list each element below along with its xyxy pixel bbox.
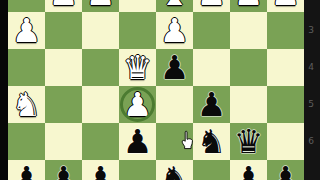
square-a4[interactable] xyxy=(267,49,304,86)
black-knight-c6[interactable]: ♞ xyxy=(193,123,230,160)
square-b7[interactable]: ♟ xyxy=(230,160,267,180)
square-e7[interactable] xyxy=(119,160,156,180)
black-pawn-c5[interactable]: ♟ xyxy=(193,86,230,123)
rank-label-3: 3 xyxy=(304,24,318,36)
square-g4[interactable] xyxy=(45,49,82,86)
white-knight-h5[interactable]: ♞ xyxy=(8,86,45,123)
square-c3[interactable] xyxy=(193,12,230,49)
black-knight-d7[interactable]: ♞ xyxy=(156,160,193,180)
square-c4[interactable] xyxy=(193,49,230,86)
chess-board[interactable]: ♟♟♟♝♟♟♟♟♟♛♟♟♞♛♞♟♟♟♞♟♟♟ xyxy=(8,0,304,180)
square-b6[interactable]: ♛ xyxy=(230,123,267,160)
square-a6[interactable] xyxy=(267,123,304,160)
square-c2[interactable]: ♟ xyxy=(193,0,230,12)
square-d4[interactable]: ♟ xyxy=(156,49,193,86)
square-c7[interactable] xyxy=(193,160,230,180)
square-e2[interactable] xyxy=(119,0,156,12)
square-b5[interactable] xyxy=(230,86,267,123)
square-g3[interactable] xyxy=(45,12,82,49)
white-pawn-c2[interactable]: ♟ xyxy=(193,0,230,12)
square-h4[interactable] xyxy=(8,49,45,86)
square-f5[interactable] xyxy=(82,86,119,123)
square-h6[interactable] xyxy=(8,123,45,160)
right-letterbox-bar: 3456 xyxy=(304,0,320,180)
black-pawn-a7[interactable]: ♟ xyxy=(267,160,304,180)
square-c5[interactable]: ♟ xyxy=(193,86,230,123)
square-g7[interactable]: ♟ xyxy=(45,160,82,180)
white-pawn-f2[interactable]: ♟ xyxy=(82,0,119,12)
square-b3[interactable] xyxy=(230,12,267,49)
black-pawn-h7[interactable]: ♟ xyxy=(8,160,45,180)
square-b4[interactable] xyxy=(230,49,267,86)
white-pawn-h3[interactable]: ♟ xyxy=(8,12,45,49)
white-pawn-a2[interactable]: ♟ xyxy=(267,0,304,12)
square-e5[interactable]: ♟ xyxy=(119,86,156,123)
square-d5[interactable] xyxy=(156,86,193,123)
square-g5[interactable] xyxy=(45,86,82,123)
square-a5[interactable] xyxy=(267,86,304,123)
square-d6[interactable] xyxy=(156,123,193,160)
white-pawn-g2[interactable]: ♟ xyxy=(45,0,82,12)
white-pawn-b2[interactable]: ♟ xyxy=(230,0,267,12)
square-f2[interactable]: ♟ xyxy=(82,0,119,12)
square-e6[interactable]: ♟ xyxy=(119,123,156,160)
square-h3[interactable]: ♟ xyxy=(8,12,45,49)
square-a3[interactable] xyxy=(267,12,304,49)
square-d3[interactable]: ♟ xyxy=(156,12,193,49)
square-h5[interactable]: ♞ xyxy=(8,86,45,123)
black-pawn-e6[interactable]: ♟ xyxy=(119,123,156,160)
square-f4[interactable] xyxy=(82,49,119,86)
rank-label-5: 5 xyxy=(304,98,318,110)
white-queen-e4[interactable]: ♛ xyxy=(119,49,156,86)
square-d7[interactable]: ♞ xyxy=(156,160,193,180)
square-c6[interactable]: ♞ xyxy=(193,123,230,160)
square-g2[interactable]: ♟ xyxy=(45,0,82,12)
square-e4[interactable]: ♛ xyxy=(119,49,156,86)
white-pawn-e5[interactable]: ♟ xyxy=(119,86,156,123)
black-pawn-g7[interactable]: ♟ xyxy=(45,160,82,180)
square-e3[interactable] xyxy=(119,12,156,49)
square-h7[interactable]: ♟ xyxy=(8,160,45,180)
square-f3[interactable] xyxy=(82,12,119,49)
left-letterbox-bar xyxy=(0,0,8,180)
black-queen-b6[interactable]: ♛ xyxy=(230,123,267,160)
white-pawn-d3[interactable]: ♟ xyxy=(156,12,193,49)
square-f6[interactable] xyxy=(82,123,119,160)
square-f7[interactable]: ♟ xyxy=(82,160,119,180)
black-pawn-d4[interactable]: ♟ xyxy=(156,49,193,86)
black-pawn-b7[interactable]: ♟ xyxy=(230,160,267,180)
square-a7[interactable]: ♟ xyxy=(267,160,304,180)
rank-label-4: 4 xyxy=(304,61,318,73)
square-a2[interactable]: ♟ xyxy=(267,0,304,12)
rank-label-6: 6 xyxy=(304,135,318,147)
chess-video-frame: ♟♟♟♝♟♟♟♟♟♛♟♟♞♛♞♟♟♟♞♟♟♟ 3456 xyxy=(0,0,320,180)
square-g6[interactable] xyxy=(45,123,82,160)
square-b2[interactable]: ♟ xyxy=(230,0,267,12)
black-pawn-f7[interactable]: ♟ xyxy=(82,160,119,180)
